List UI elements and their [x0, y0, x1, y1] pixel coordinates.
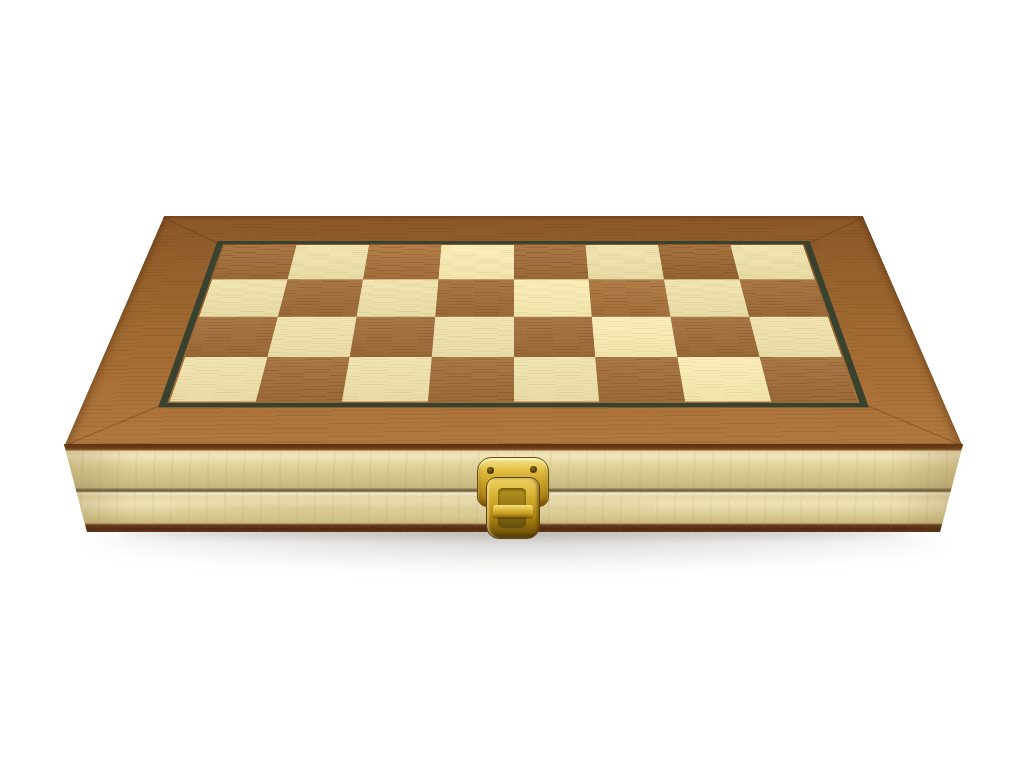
square-r1c6-light: [664, 279, 749, 316]
chessboard-grid: [170, 245, 857, 401]
screw-icon: [530, 466, 537, 473]
square-r3c3-dark: [428, 357, 514, 401]
frame-mitre-back-right: [810, 217, 864, 243]
square-r3c2-light: [342, 357, 432, 401]
square-r1c5-dark: [589, 279, 671, 316]
square-r2c3-light: [431, 317, 513, 358]
square-r1c4-light: [514, 279, 593, 316]
square-r2c4-dark: [514, 317, 596, 358]
square-r0c1-light: [287, 245, 368, 279]
square-r0c0-dark: [212, 245, 296, 279]
square-r2c2-dark: [349, 317, 435, 358]
square-r2c1-light: [267, 317, 356, 358]
square-r0c6-dark: [658, 245, 739, 279]
square-r3c7-dark: [760, 357, 857, 401]
square-r3c1-dark: [256, 357, 350, 401]
square-r0c3-light: [438, 245, 513, 279]
square-r0c2-dark: [363, 245, 441, 279]
square-r1c0-light: [199, 279, 287, 316]
chess-box-photo: [0, 0, 1024, 767]
clasp-loop: [486, 477, 540, 539]
square-r1c7-dark: [740, 279, 828, 316]
frame-mitre-front-right: [868, 406, 963, 447]
frame-mitre-back-left: [163, 217, 217, 243]
brass-clasp: [477, 457, 547, 539]
screw-icon: [487, 467, 494, 474]
square-r0c5-light: [586, 245, 664, 279]
square-r0c7-light: [731, 245, 815, 279]
clasp-catch-bar: [493, 505, 533, 517]
box-lid-top: [64, 216, 963, 447]
square-r2c6-dark: [671, 317, 760, 358]
square-r0c4-dark: [514, 245, 589, 279]
square-r2c0-dark: [185, 317, 278, 358]
square-r3c4-light: [514, 357, 600, 401]
frame-mitre-front-left: [64, 406, 159, 447]
square-r3c6-light: [678, 357, 772, 401]
square-r1c1-dark: [278, 279, 363, 316]
pinstripe-border: [158, 241, 869, 407]
square-r3c5-dark: [596, 357, 686, 401]
square-r2c7-light: [749, 317, 842, 358]
square-r2c5-light: [592, 317, 678, 358]
square-r1c3-dark: [435, 279, 514, 316]
square-r1c2-light: [356, 279, 438, 316]
square-r3c0-light: [170, 357, 267, 401]
